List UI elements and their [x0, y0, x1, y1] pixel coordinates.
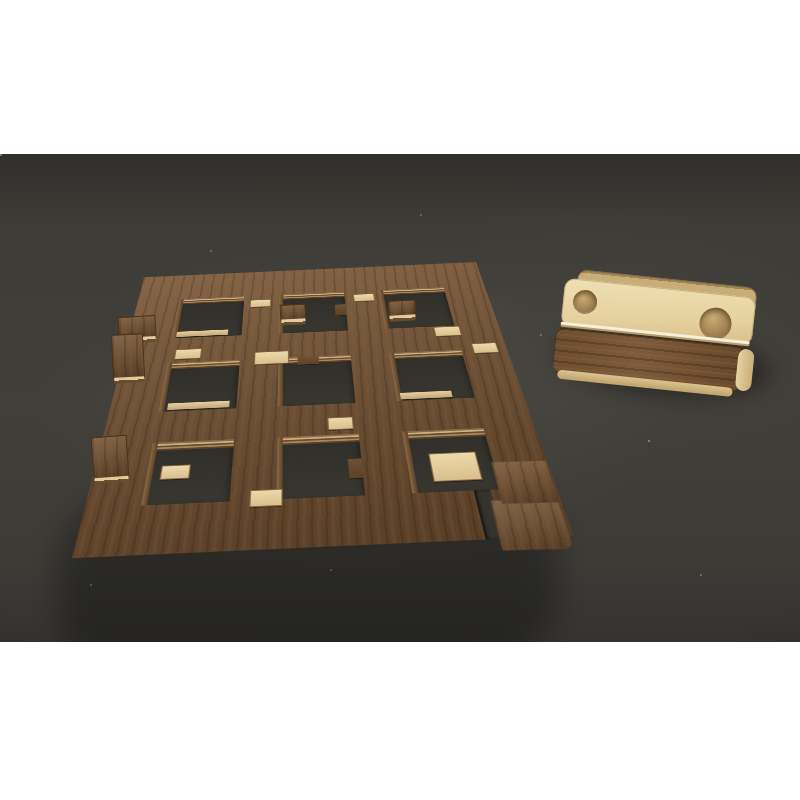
opening-left-face — [141, 443, 158, 506]
loose-piece — [551, 267, 770, 402]
ply-tab — [159, 464, 190, 479]
edge-nub — [280, 303, 307, 320]
puzzle-frame — [106, 176, 523, 584]
ply-tab-large — [428, 452, 482, 482]
dust-specks — [0, 154, 2, 156]
lower-layer-ledge — [176, 329, 228, 337]
opening-far-face — [379, 287, 445, 295]
opening-far-face — [166, 360, 239, 370]
opening-far-face — [178, 296, 244, 304]
opening-far-face — [402, 428, 486, 440]
frame-opening-r3-c2 — [277, 434, 365, 500]
photo-page — [0, 0, 800, 800]
edge-nub-side — [281, 318, 305, 325]
ply-tab — [250, 299, 271, 307]
frame-opening-r2-c3 — [389, 350, 475, 401]
edge-nub — [111, 333, 145, 379]
frame-opening-r1-c1 — [172, 296, 244, 338]
opening-far-face — [277, 434, 359, 446]
ply-tab — [254, 351, 289, 365]
ply-tab — [471, 342, 499, 353]
frame-opening-r2-c1 — [159, 360, 240, 412]
opening-left-face — [278, 358, 283, 407]
ply-tab — [353, 293, 375, 301]
opening-far-face — [389, 350, 463, 360]
photo-area — [0, 154, 800, 642]
frame-opening-r2-c2 — [278, 355, 356, 407]
ply-tab — [174, 348, 202, 359]
castellation-notch — [348, 458, 363, 478]
edge-nub — [91, 435, 130, 479]
opening-far-face — [279, 292, 345, 300]
finger-hole-left — [572, 289, 598, 315]
edge-nub — [388, 299, 417, 316]
lower-layer-ledge — [400, 391, 453, 400]
frame-slab — [72, 262, 574, 558]
corner-piece-right-bar — [492, 461, 559, 504]
piece-end-cap — [735, 348, 755, 391]
opening-far-face — [151, 439, 234, 451]
ply-tab — [249, 489, 282, 508]
lower-layer-ledge — [167, 401, 230, 410]
ply-tab — [433, 326, 462, 337]
corner-piece-bottom-bar — [490, 498, 574, 550]
castellation-notch — [298, 356, 320, 365]
castellation-notch — [335, 304, 347, 315]
opening-left-face — [402, 431, 418, 493]
ply-tab — [327, 417, 354, 431]
